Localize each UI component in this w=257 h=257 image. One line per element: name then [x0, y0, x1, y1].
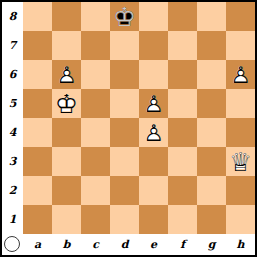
square-a2[interactable]	[23, 176, 52, 205]
square-d2[interactable]	[110, 176, 139, 205]
file-label-a: a	[23, 234, 52, 255]
square-f3[interactable]	[168, 147, 197, 176]
rank-label-8: 8	[2, 2, 23, 31]
file-label-c: c	[81, 234, 110, 255]
rank-label-4: 4	[2, 118, 23, 147]
white-king: ♚♔	[52, 89, 81, 118]
rank-label-6: 6	[2, 60, 23, 89]
square-d8[interactable]: ♚♔	[110, 2, 139, 31]
square-e7[interactable]	[139, 31, 168, 60]
square-b4[interactable]	[52, 118, 81, 147]
square-b8[interactable]	[52, 2, 81, 31]
square-f1[interactable]	[168, 205, 197, 234]
square-f5[interactable]	[168, 89, 197, 118]
square-e2[interactable]	[139, 176, 168, 205]
square-d1[interactable]	[110, 205, 139, 234]
white-to-move-indicator	[4, 236, 20, 252]
square-b5[interactable]: ♚♔	[52, 89, 81, 118]
white-pawn: ♟♙	[52, 60, 81, 89]
square-f4[interactable]	[168, 118, 197, 147]
square-g1[interactable]	[197, 205, 226, 234]
square-c4[interactable]	[81, 118, 110, 147]
square-h6[interactable]: ♟♙	[226, 60, 255, 89]
rank-label-5: 5	[2, 89, 23, 118]
square-b7[interactable]	[52, 31, 81, 60]
rank-labels: 87654321	[2, 2, 23, 234]
square-g7[interactable]	[197, 31, 226, 60]
square-b1[interactable]	[52, 205, 81, 234]
square-e4[interactable]: ♟♙	[139, 118, 168, 147]
file-label-g: g	[197, 234, 226, 255]
square-c1[interactable]	[81, 205, 110, 234]
square-a8[interactable]	[23, 2, 52, 31]
square-g6[interactable]	[197, 60, 226, 89]
square-f7[interactable]	[168, 31, 197, 60]
square-c3[interactable]	[81, 147, 110, 176]
square-e8[interactable]	[139, 2, 168, 31]
chess-board: ♚♔♟♙♟♙♚♔♟♙♟♙♛♕	[23, 2, 255, 234]
square-f6[interactable]	[168, 60, 197, 89]
square-h3[interactable]: ♛♕	[226, 147, 255, 176]
square-d4[interactable]	[110, 118, 139, 147]
rank-label-1: 1	[2, 205, 23, 234]
square-e6[interactable]	[139, 60, 168, 89]
file-label-b: b	[52, 234, 81, 255]
square-d7[interactable]	[110, 31, 139, 60]
rank-label-2: 2	[2, 176, 23, 205]
square-f8[interactable]	[168, 2, 197, 31]
white-queen: ♛♕	[226, 147, 255, 176]
file-label-e: e	[139, 234, 168, 255]
square-d5[interactable]	[110, 89, 139, 118]
square-e3[interactable]	[139, 147, 168, 176]
square-h5[interactable]	[226, 89, 255, 118]
square-h2[interactable]	[226, 176, 255, 205]
square-h1[interactable]	[226, 205, 255, 234]
square-g3[interactable]	[197, 147, 226, 176]
black-king: ♚♔	[110, 2, 139, 31]
square-a7[interactable]	[23, 31, 52, 60]
square-e5[interactable]: ♟♙	[139, 89, 168, 118]
square-f2[interactable]	[168, 176, 197, 205]
square-a6[interactable]	[23, 60, 52, 89]
rank-label-3: 3	[2, 147, 23, 176]
square-d6[interactable]	[110, 60, 139, 89]
square-h7[interactable]	[226, 31, 255, 60]
square-g5[interactable]	[197, 89, 226, 118]
square-a4[interactable]	[23, 118, 52, 147]
square-h8[interactable]	[226, 2, 255, 31]
chess-diagram: 87654321 ♚♔♟♙♟♙♚♔♟♙♟♙♛♕ abcdefgh	[0, 0, 257, 257]
square-c8[interactable]	[81, 2, 110, 31]
square-c6[interactable]	[81, 60, 110, 89]
white-pawn: ♟♙	[226, 60, 255, 89]
white-pawn: ♟♙	[139, 118, 168, 147]
square-e1[interactable]	[139, 205, 168, 234]
square-g8[interactable]	[197, 2, 226, 31]
square-c5[interactable]	[81, 89, 110, 118]
file-labels: abcdefgh	[23, 234, 255, 255]
file-label-h: h	[226, 234, 255, 255]
square-d3[interactable]	[110, 147, 139, 176]
square-c2[interactable]	[81, 176, 110, 205]
square-a3[interactable]	[23, 147, 52, 176]
square-c7[interactable]	[81, 31, 110, 60]
square-a1[interactable]	[23, 205, 52, 234]
square-h4[interactable]	[226, 118, 255, 147]
square-b2[interactable]	[52, 176, 81, 205]
file-label-f: f	[168, 234, 197, 255]
square-a5[interactable]	[23, 89, 52, 118]
square-g4[interactable]	[197, 118, 226, 147]
square-b6[interactable]: ♟♙	[52, 60, 81, 89]
square-b3[interactable]	[52, 147, 81, 176]
white-pawn: ♟♙	[139, 89, 168, 118]
rank-label-7: 7	[2, 31, 23, 60]
square-g2[interactable]	[197, 176, 226, 205]
file-label-d: d	[110, 234, 139, 255]
